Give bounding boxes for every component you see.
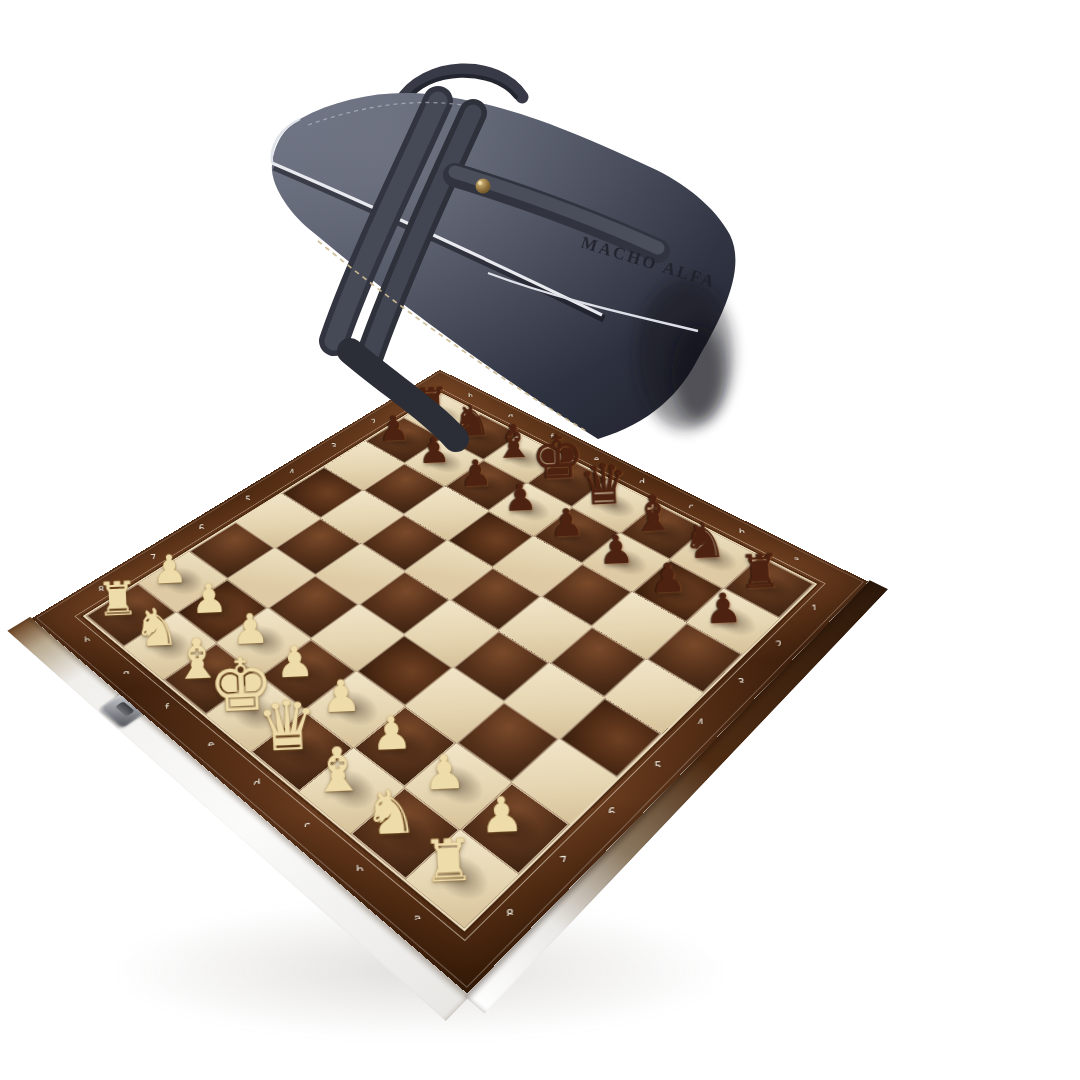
piece-shadow — [423, 757, 494, 813]
piece-shadow — [647, 570, 709, 611]
file-label-near-b-text: b — [347, 861, 373, 882]
piece-shadow — [322, 684, 387, 734]
piece-shadow — [424, 845, 500, 910]
rank-label-right-4-text: 4 — [689, 715, 712, 734]
brass-stud — [476, 179, 491, 194]
rank-label-right-2-text: 2 — [768, 637, 790, 655]
file-label-near-d-text: d — [245, 775, 269, 795]
file-label-near-c-text: c — [295, 816, 320, 836]
rank-label-left-5-text: 5 — [239, 493, 258, 508]
piece-shadow — [586, 488, 643, 523]
square-a2: ♟ — [686, 588, 780, 654]
file-label-near-h-text: h — [77, 633, 98, 650]
strap-tail — [350, 351, 456, 439]
file-label-far-d-text: d — [633, 475, 652, 490]
file-label-near-a-text: a — [404, 908, 431, 930]
file-label-far-c-text: c — [681, 500, 700, 516]
rank-label-left-8-text: 8 — [92, 582, 112, 598]
board-grid: ♜♞♝♚♛♝♞♜♟♟♟♟♟♟♟♟♟♟♟♟♟♟♟♟♜♞♝♚♛♝♞♜ — [85, 394, 814, 928]
rank-label-left-6-text: 6 — [192, 521, 211, 537]
piece-shadow — [478, 797, 551, 857]
piece-shadow — [596, 542, 656, 581]
square-c2: ♟ — [582, 533, 671, 592]
piece-shadow — [540, 465, 595, 498]
piece-shadow — [140, 623, 201, 667]
piece-shadow — [233, 619, 294, 663]
piece-shadow — [369, 802, 442, 862]
piece-shadow — [459, 468, 513, 501]
piece-shadow — [193, 589, 252, 631]
piece-shadow — [371, 719, 439, 772]
rank-label-right-3-text: 3 — [730, 674, 752, 692]
file-label-far-b-text: b — [732, 525, 752, 541]
rank-label-left-4-text: 4 — [283, 466, 301, 481]
leather-case: MACHO ALFA — [230, 55, 830, 455]
piece-shadow — [738, 566, 800, 607]
piece-shadow — [223, 688, 288, 738]
rank-label-right-6-text: 6 — [600, 803, 625, 823]
square-g8: ♞ — [123, 612, 217, 680]
rank-label-right-8-text: 8 — [497, 904, 524, 926]
brass-stud-highlight — [478, 181, 482, 185]
file-label-far-a-text: a — [786, 552, 806, 568]
rank-label-left-7-text: 7 — [143, 551, 163, 567]
piece-shadow — [502, 492, 558, 527]
file-label-near-g-text: g — [115, 665, 137, 683]
rank-label-right-1-text: 1 — [804, 601, 825, 618]
case-opening-shadow-core — [672, 325, 724, 421]
file-label-near-f-text: f — [156, 699, 178, 717]
product-photo-scene: { "game": "chess", "scene": { "descripti… — [0, 0, 1080, 1080]
piece-shadow — [548, 516, 606, 553]
file-label-near-e-text: e — [199, 736, 222, 755]
piece-shadow — [102, 593, 161, 635]
rank-label-right-7-text: 7 — [550, 852, 576, 873]
rank-label-right-5-text: 5 — [646, 757, 670, 777]
